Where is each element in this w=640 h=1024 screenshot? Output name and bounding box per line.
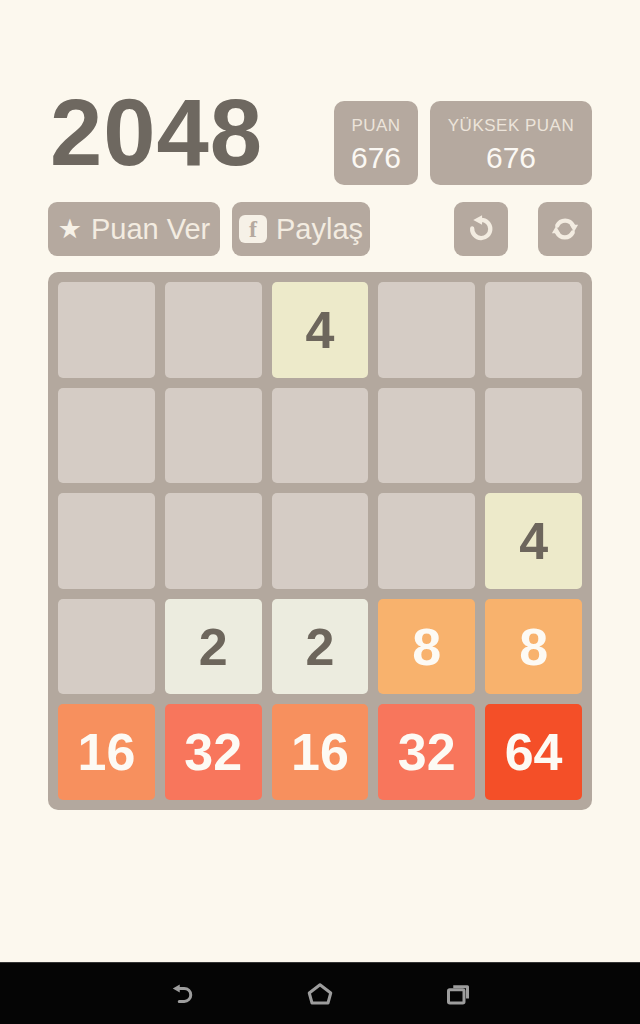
cell-empty xyxy=(272,388,369,484)
tile-8: 8 xyxy=(378,599,475,695)
toolbar: ★ Puan Ver f Paylaş xyxy=(48,202,592,256)
cell-empty xyxy=(378,388,475,484)
tile-32: 32 xyxy=(165,704,262,800)
home-button[interactable] xyxy=(303,977,337,1011)
tile-16: 16 xyxy=(272,704,369,800)
recents-button[interactable] xyxy=(441,977,475,1011)
score-value: 676 xyxy=(351,141,401,175)
cell-empty xyxy=(165,493,262,589)
back-button[interactable] xyxy=(165,977,199,1011)
board[interactable]: 4422881632163264 xyxy=(48,272,592,810)
undo-button[interactable] xyxy=(454,202,508,256)
tile-32: 32 xyxy=(378,704,475,800)
cell-empty xyxy=(272,493,369,589)
rate-button-label: Puan Ver xyxy=(91,213,210,246)
cell-empty xyxy=(58,493,155,589)
best-score-value: 676 xyxy=(486,141,536,175)
tile-64: 64 xyxy=(485,704,582,800)
facebook-icon: f xyxy=(239,215,267,243)
rate-button[interactable]: ★ Puan Ver xyxy=(48,202,220,256)
restart-button[interactable] xyxy=(538,202,592,256)
back-icon xyxy=(166,979,198,1009)
score-box: PUAN 676 xyxy=(334,101,418,185)
undo-rotate-left-icon xyxy=(465,213,497,245)
cell-empty xyxy=(165,388,262,484)
tile-4: 4 xyxy=(272,282,369,378)
recents-icon xyxy=(442,979,474,1009)
best-score-label: YÜKSEK PUAN xyxy=(448,116,574,136)
score-label: PUAN xyxy=(351,116,400,136)
refresh-icon xyxy=(549,213,581,245)
cell-empty xyxy=(378,282,475,378)
share-button[interactable]: f Paylaş xyxy=(232,202,370,256)
tile-16: 16 xyxy=(58,704,155,800)
scoreboard: PUAN 676 YÜKSEK PUAN 676 xyxy=(334,101,592,185)
tile-2: 2 xyxy=(272,599,369,695)
cell-empty xyxy=(485,388,582,484)
star-icon: ★ xyxy=(58,216,82,243)
tile-4: 4 xyxy=(485,493,582,589)
tile-8: 8 xyxy=(485,599,582,695)
tile-2: 2 xyxy=(165,599,262,695)
android-navbar xyxy=(0,962,640,1024)
cell-empty xyxy=(378,493,475,589)
cell-empty xyxy=(485,282,582,378)
cell-empty xyxy=(58,599,155,695)
home-icon xyxy=(303,979,337,1009)
cell-empty xyxy=(58,282,155,378)
best-score-box: YÜKSEK PUAN 676 xyxy=(430,101,592,185)
cell-empty xyxy=(58,388,155,484)
share-button-label: Paylaş xyxy=(276,213,363,246)
cell-empty xyxy=(165,282,262,378)
app-title: 2048 xyxy=(50,86,263,180)
